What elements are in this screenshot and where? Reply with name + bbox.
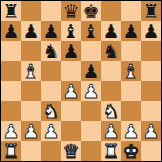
black-knight-piece: ♞: [42, 41, 59, 61]
square-a5[interactable]: [1, 61, 21, 81]
square-c5[interactable]: [41, 61, 61, 81]
square-f8[interactable]: [101, 1, 121, 21]
square-h8[interactable]: ♜: [141, 1, 161, 21]
square-e8[interactable]: ♚: [81, 1, 101, 21]
square-g1[interactable]: ♚: [121, 141, 141, 161]
white-pawn-piece: ♟: [62, 81, 79, 101]
black-bishop-piece: ♝: [62, 21, 79, 41]
square-d7[interactable]: ♝: [61, 21, 81, 41]
square-c4[interactable]: [41, 81, 61, 101]
square-e2[interactable]: [81, 121, 101, 141]
square-a7[interactable]: ♟: [1, 21, 21, 41]
black-rook-piece: ♜: [2, 1, 19, 21]
black-pawn-piece: ♟: [22, 21, 39, 41]
square-a4[interactable]: [1, 81, 21, 101]
square-e1[interactable]: [81, 141, 101, 161]
white-pawn-piece: ♟: [2, 121, 19, 141]
square-f5[interactable]: [101, 61, 121, 81]
black-pawn-piece: ♟: [2, 21, 19, 41]
square-d8[interactable]: ♛: [61, 1, 81, 21]
white-pawn-piece: ♟: [42, 121, 59, 141]
square-g7[interactable]: ♟: [121, 21, 141, 41]
black-pawn-piece: ♟: [62, 41, 79, 61]
square-e7[interactable]: ♝: [81, 21, 101, 41]
square-b7[interactable]: ♟: [21, 21, 41, 41]
white-king-piece: ♚: [122, 141, 139, 161]
square-b1[interactable]: [21, 141, 41, 161]
square-e5[interactable]: ♟: [81, 61, 101, 81]
square-c1[interactable]: [41, 141, 61, 161]
black-rook-piece: ♜: [142, 1, 159, 21]
square-d6[interactable]: ♟: [61, 41, 81, 61]
square-g5[interactable]: ♝: [121, 61, 141, 81]
black-pawn-piece: ♟: [122, 21, 139, 41]
square-b4[interactable]: [21, 81, 41, 101]
square-c2[interactable]: ♟: [41, 121, 61, 141]
square-h1[interactable]: [141, 141, 161, 161]
square-d4[interactable]: ♟: [61, 81, 81, 101]
square-b6[interactable]: [21, 41, 41, 61]
white-rook-piece: ♜: [2, 141, 19, 161]
square-b5[interactable]: ♝: [21, 61, 41, 81]
square-d3[interactable]: [61, 101, 81, 121]
white-pawn-piece: ♟: [22, 121, 39, 141]
square-d5[interactable]: [61, 61, 81, 81]
square-g4[interactable]: [121, 81, 141, 101]
square-c6[interactable]: ♞: [41, 41, 61, 61]
white-pawn-piece: ♟: [142, 121, 159, 141]
white-pawn-piece: ♟: [102, 121, 119, 141]
square-e3[interactable]: [81, 101, 101, 121]
square-h7[interactable]: ♟: [141, 21, 161, 41]
square-b3[interactable]: [21, 101, 41, 121]
black-knight-piece: ♞: [102, 41, 119, 61]
white-bishop-piece: ♝: [22, 61, 39, 81]
square-d2[interactable]: [61, 121, 81, 141]
square-h2[interactable]: ♟: [141, 121, 161, 141]
black-bishop-piece: ♝: [82, 21, 99, 41]
square-g6[interactable]: [121, 41, 141, 61]
chess-board-frame: ♜♛♚♜♟♟♟♝♝♟♟♟♞♟♞♝♟♝♟♟♞♞♟♟♟♟♟♟♜♛♜♚: [0, 0, 162, 162]
square-c8[interactable]: [41, 1, 61, 21]
square-c3[interactable]: ♞: [41, 101, 61, 121]
square-h3[interactable]: [141, 101, 161, 121]
square-a1[interactable]: ♜: [1, 141, 21, 161]
white-pawn-piece: ♟: [122, 121, 139, 141]
square-h6[interactable]: [141, 41, 161, 61]
black-pawn-piece: ♟: [42, 21, 59, 41]
square-a6[interactable]: [1, 41, 21, 61]
black-pawn-piece: ♟: [142, 21, 159, 41]
white-pawn-piece: ♟: [82, 81, 99, 101]
square-d1[interactable]: ♛: [61, 141, 81, 161]
square-g2[interactable]: ♟: [121, 121, 141, 141]
chess-board: ♜♛♚♜♟♟♟♝♝♟♟♟♞♟♞♝♟♝♟♟♞♞♟♟♟♟♟♟♜♛♜♚: [1, 1, 161, 161]
square-a2[interactable]: ♟: [1, 121, 21, 141]
square-e4[interactable]: ♟: [81, 81, 101, 101]
square-b2[interactable]: ♟: [21, 121, 41, 141]
square-f2[interactable]: ♟: [101, 121, 121, 141]
white-knight-piece: ♞: [102, 101, 119, 121]
square-g8[interactable]: [121, 1, 141, 21]
square-a3[interactable]: [1, 101, 21, 121]
square-e6[interactable]: [81, 41, 101, 61]
black-pawn-piece: ♟: [82, 61, 99, 81]
black-queen-piece: ♛: [62, 1, 79, 21]
square-f1[interactable]: ♜: [101, 141, 121, 161]
white-knight-piece: ♞: [42, 101, 59, 121]
square-f3[interactable]: ♞: [101, 101, 121, 121]
square-a8[interactable]: ♜: [1, 1, 21, 21]
black-pawn-piece: ♟: [102, 21, 119, 41]
square-b8[interactable]: [21, 1, 41, 21]
square-g3[interactable]: [121, 101, 141, 121]
square-h5[interactable]: [141, 61, 161, 81]
square-f7[interactable]: ♟: [101, 21, 121, 41]
white-rook-piece: ♜: [102, 141, 119, 161]
white-queen-piece: ♛: [62, 141, 79, 161]
square-h4[interactable]: [141, 81, 161, 101]
black-king-piece: ♚: [82, 1, 99, 21]
square-c7[interactable]: ♟: [41, 21, 61, 41]
square-f6[interactable]: ♞: [101, 41, 121, 61]
white-bishop-piece: ♝: [122, 61, 139, 81]
square-f4[interactable]: [101, 81, 121, 101]
